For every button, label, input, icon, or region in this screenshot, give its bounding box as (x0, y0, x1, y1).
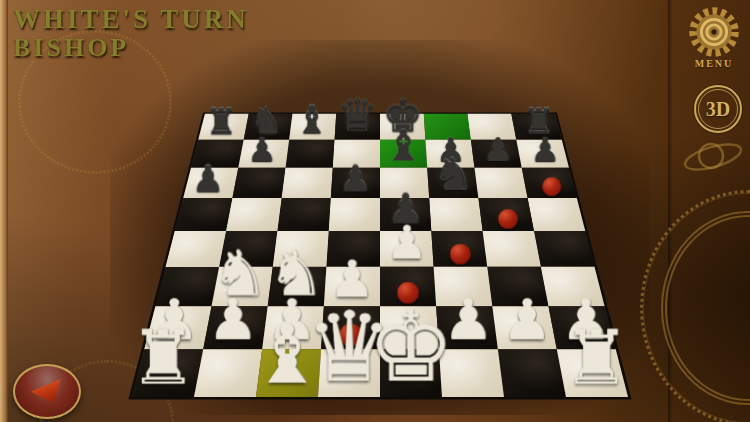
piece-white-rook[interactable]: ♜ (563, 321, 630, 396)
piece-white-pawn[interactable]: ♟ (386, 220, 427, 266)
square-g1[interactable] (498, 349, 566, 397)
square-d8[interactable]: ♛ (335, 114, 380, 140)
legal-move-marker[interactable] (450, 244, 471, 265)
back-arrow-icon (31, 379, 61, 403)
piece-black-pawn[interactable]: ♟ (530, 134, 559, 167)
square-a8[interactable]: ♜ (198, 114, 248, 140)
table-left-edge (0, 0, 8, 422)
piece-white-pawn[interactable]: ♟ (502, 292, 552, 348)
turn-indicator: WHITE'S TURN (13, 4, 249, 35)
menu-button[interactable]: MENU (682, 5, 746, 69)
square-a1[interactable]: ♜ (132, 349, 203, 397)
wood-carving-ornament (640, 190, 750, 422)
square-h6[interactable] (522, 168, 577, 198)
legal-move-marker[interactable] (542, 177, 561, 196)
square-f5[interactable] (429, 198, 482, 231)
square-b6[interactable] (232, 168, 285, 198)
piece-white-king[interactable]: ♚ (368, 299, 455, 396)
piece-black-bishop[interactable]: ♝ (295, 101, 329, 139)
square-c8[interactable]: ♝ (289, 114, 336, 140)
piece-black-knight[interactable]: ♞ (433, 151, 474, 197)
orbit-planet-icon (680, 130, 746, 186)
square-c5[interactable] (277, 198, 330, 231)
undo-back-button[interactable] (13, 364, 81, 419)
square-b5[interactable] (226, 198, 282, 231)
square-a6[interactable]: ♟ (183, 168, 238, 198)
square-f4[interactable] (431, 231, 487, 267)
legal-move-marker[interactable] (498, 209, 518, 229)
square-g5[interactable] (478, 198, 534, 231)
piece-black-pawn[interactable]: ♟ (192, 161, 225, 197)
square-g4[interactable] (483, 231, 541, 267)
square-h5[interactable] (528, 198, 586, 231)
square-d6[interactable]: ♟ (331, 168, 380, 198)
square-c7[interactable] (286, 140, 335, 168)
3d-mode-label: 3D (706, 98, 730, 121)
square-g7[interactable]: ♟ (471, 140, 522, 168)
square-e4[interactable]: ♟ (380, 231, 434, 267)
square-f6[interactable]: ♞ (427, 168, 478, 198)
board-perspective-wrapper: ♜♞♝♛♚♜♟♝♟♟♟♟♟♞♟♟♞♞♟♟♟♟♟♟♟♜♝♛♚♜ (132, 57, 628, 397)
square-g6[interactable] (474, 168, 527, 198)
square-e1[interactable]: ♚ (380, 349, 442, 397)
rotate-view-button[interactable] (680, 130, 746, 186)
menu-button-label: MENU (682, 58, 746, 69)
square-h1[interactable]: ♜ (557, 349, 628, 397)
square-b7[interactable]: ♟ (238, 140, 289, 168)
selected-piece-label: BISHOP (13, 33, 249, 63)
piece-black-queen[interactable]: ♛ (337, 93, 378, 138)
piece-black-bishop[interactable]: ♝ (384, 124, 422, 167)
piece-black-pawn[interactable]: ♟ (339, 161, 372, 197)
square-h7[interactable]: ♟ (516, 140, 569, 168)
square-c6[interactable] (282, 168, 333, 198)
gear-icon (688, 6, 740, 58)
piece-black-pawn[interactable]: ♟ (483, 134, 512, 167)
piece-white-rook[interactable]: ♜ (130, 321, 197, 396)
square-d5[interactable] (329, 198, 380, 231)
square-g2[interactable]: ♟ (492, 306, 556, 349)
square-e7[interactable]: ♝ (380, 140, 427, 168)
status-text: WHITE'S TURN BISHOP (13, 4, 249, 63)
square-a5[interactable] (175, 198, 233, 231)
piece-black-pawn[interactable]: ♟ (247, 134, 276, 167)
piece-black-rook[interactable]: ♜ (205, 104, 236, 139)
3d-mode-button[interactable]: 3D (694, 85, 742, 133)
app-screen: { "game": "chess", "app": { "turn_label"… (0, 0, 750, 422)
square-h4[interactable] (534, 231, 595, 267)
chess-board: ♜♞♝♛♚♜♟♝♟♟♟♟♟♞♟♟♞♞♟♟♟♟♟♟♟♜♝♛♚♜ (132, 114, 628, 397)
